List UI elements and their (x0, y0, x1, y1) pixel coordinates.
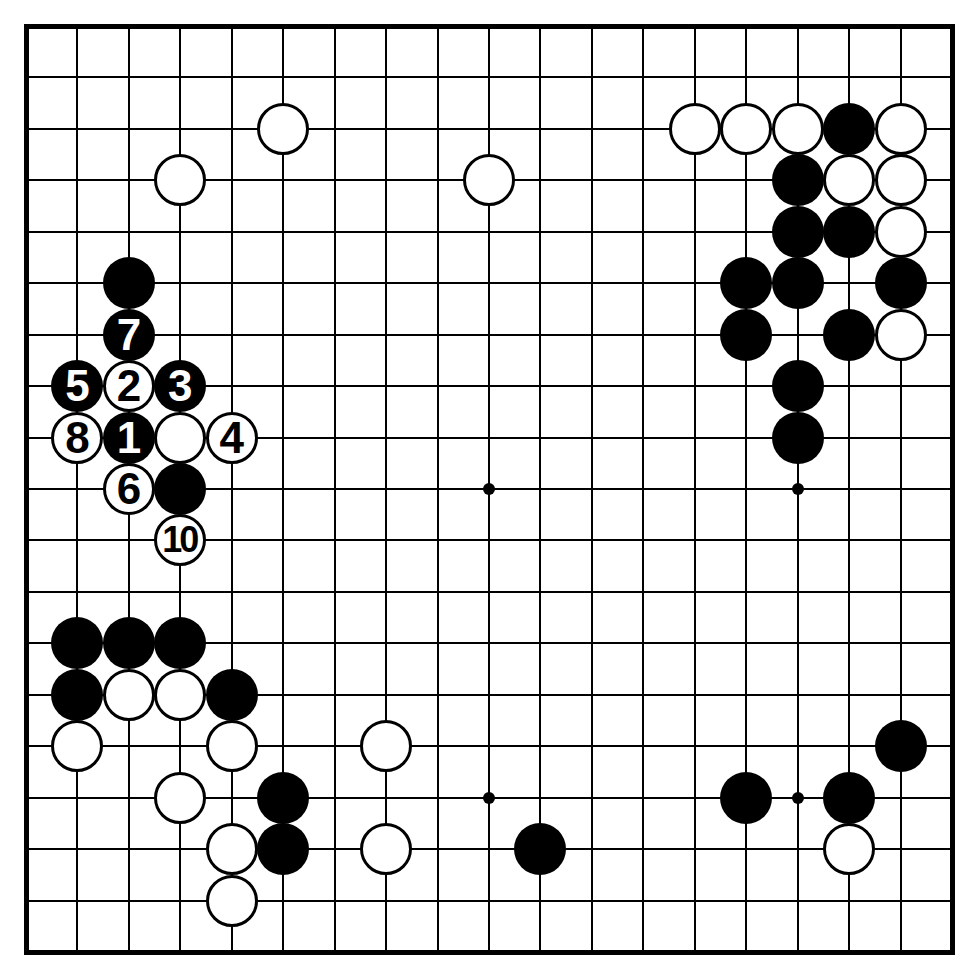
white-stone (360, 720, 412, 772)
black-stone (257, 772, 309, 824)
star-point (483, 483, 495, 495)
star-point (792, 792, 804, 804)
star-point (483, 792, 495, 804)
go-diagram-page: 7523814610 (0, 0, 980, 980)
move-number-label: 2 (117, 364, 141, 408)
star-point (792, 483, 804, 495)
white-stone (772, 103, 824, 155)
black-stone (823, 772, 875, 824)
white-stone-move-2: 2 (103, 360, 155, 412)
white-stone (257, 103, 309, 155)
black-stone (720, 309, 772, 361)
black-stone (772, 206, 824, 258)
white-stone (875, 309, 927, 361)
black-stone (823, 206, 875, 258)
black-stone (772, 257, 824, 309)
white-stone (823, 823, 875, 875)
black-stone (103, 617, 155, 669)
white-stone (875, 103, 927, 155)
black-stone (103, 257, 155, 309)
grid-line-vertical (694, 26, 696, 952)
white-stone (720, 103, 772, 155)
move-number-label: 3 (168, 364, 192, 408)
grid-line-vertical (642, 26, 644, 952)
black-stone-move-1: 1 (103, 412, 155, 464)
black-stone (823, 103, 875, 155)
black-stone-move-7: 7 (103, 309, 155, 361)
go-board: 7523814610 (0, 0, 980, 980)
black-stone (772, 412, 824, 464)
black-stone (51, 669, 103, 721)
white-stone-move-6: 6 (103, 463, 155, 515)
move-number-label: 7 (117, 313, 141, 357)
black-stone (875, 257, 927, 309)
grid-line-horizontal (26, 591, 952, 593)
black-stone (206, 669, 258, 721)
white-stone-move-8: 8 (51, 412, 103, 464)
move-number-label: 8 (65, 416, 89, 460)
white-stone (206, 720, 258, 772)
move-number-label: 6 (117, 467, 141, 511)
grid-line-vertical (591, 26, 593, 952)
grid-line-horizontal (26, 848, 952, 850)
grid-line-horizontal (26, 745, 952, 747)
white-stone (154, 412, 206, 464)
white-stone (103, 669, 155, 721)
black-stone (772, 154, 824, 206)
black-stone (257, 823, 309, 875)
white-stone (669, 103, 721, 155)
move-number-label: 5 (65, 364, 89, 408)
white-stone-move-4: 4 (206, 412, 258, 464)
grid-line-vertical (539, 26, 541, 952)
white-stone (360, 823, 412, 875)
move-number-label: 10 (164, 522, 196, 558)
black-stone (720, 772, 772, 824)
move-number-label: 1 (117, 416, 141, 460)
black-stone (154, 463, 206, 515)
black-stone (875, 720, 927, 772)
move-number-label: 4 (220, 416, 244, 460)
black-stone (772, 360, 824, 412)
black-stone (823, 309, 875, 361)
white-stone (206, 875, 258, 927)
white-stone (875, 154, 927, 206)
white-stone (154, 772, 206, 824)
white-stone (463, 154, 515, 206)
white-stone (206, 823, 258, 875)
white-stone (875, 206, 927, 258)
white-stone (154, 669, 206, 721)
grid-line-horizontal (26, 900, 952, 902)
